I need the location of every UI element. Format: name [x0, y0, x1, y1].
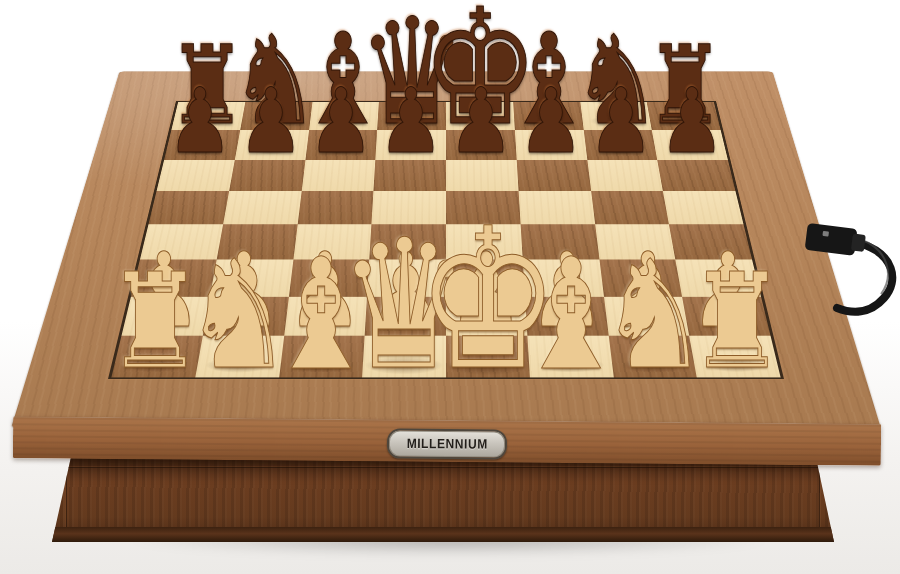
piece-black-pawn-a7: ♟ — [168, 77, 234, 167]
pieces-layer: ♜♞♝♛♚♝♞♜♟♟♟♟♟♟♟♟♟♟♟♟♟♟♟♟♜♞♝♛♚♝♞♜ — [0, 0, 900, 574]
piece-black-pawn-d7: ♟ — [378, 77, 444, 167]
chessboard-product-photo: MILLENNIUM ♜♞♝♛♚♝♞♜♟♟♟♟♟♟♟♟♟♟♟♟♟♟♟♟♜♞♝♛♚… — [0, 0, 900, 574]
piece-black-pawn-c7: ♟ — [308, 77, 374, 167]
piece-black-pawn-f7: ♟ — [518, 77, 584, 167]
piece-black-pawn-h7: ♟ — [659, 77, 725, 167]
piece-black-pawn-g7: ♟ — [588, 77, 654, 167]
piece-black-pawn-b7: ♟ — [238, 77, 304, 167]
piece-black-pawn-e7: ♟ — [448, 77, 514, 167]
piece-white-rook-h1: ♜ — [689, 257, 786, 389]
